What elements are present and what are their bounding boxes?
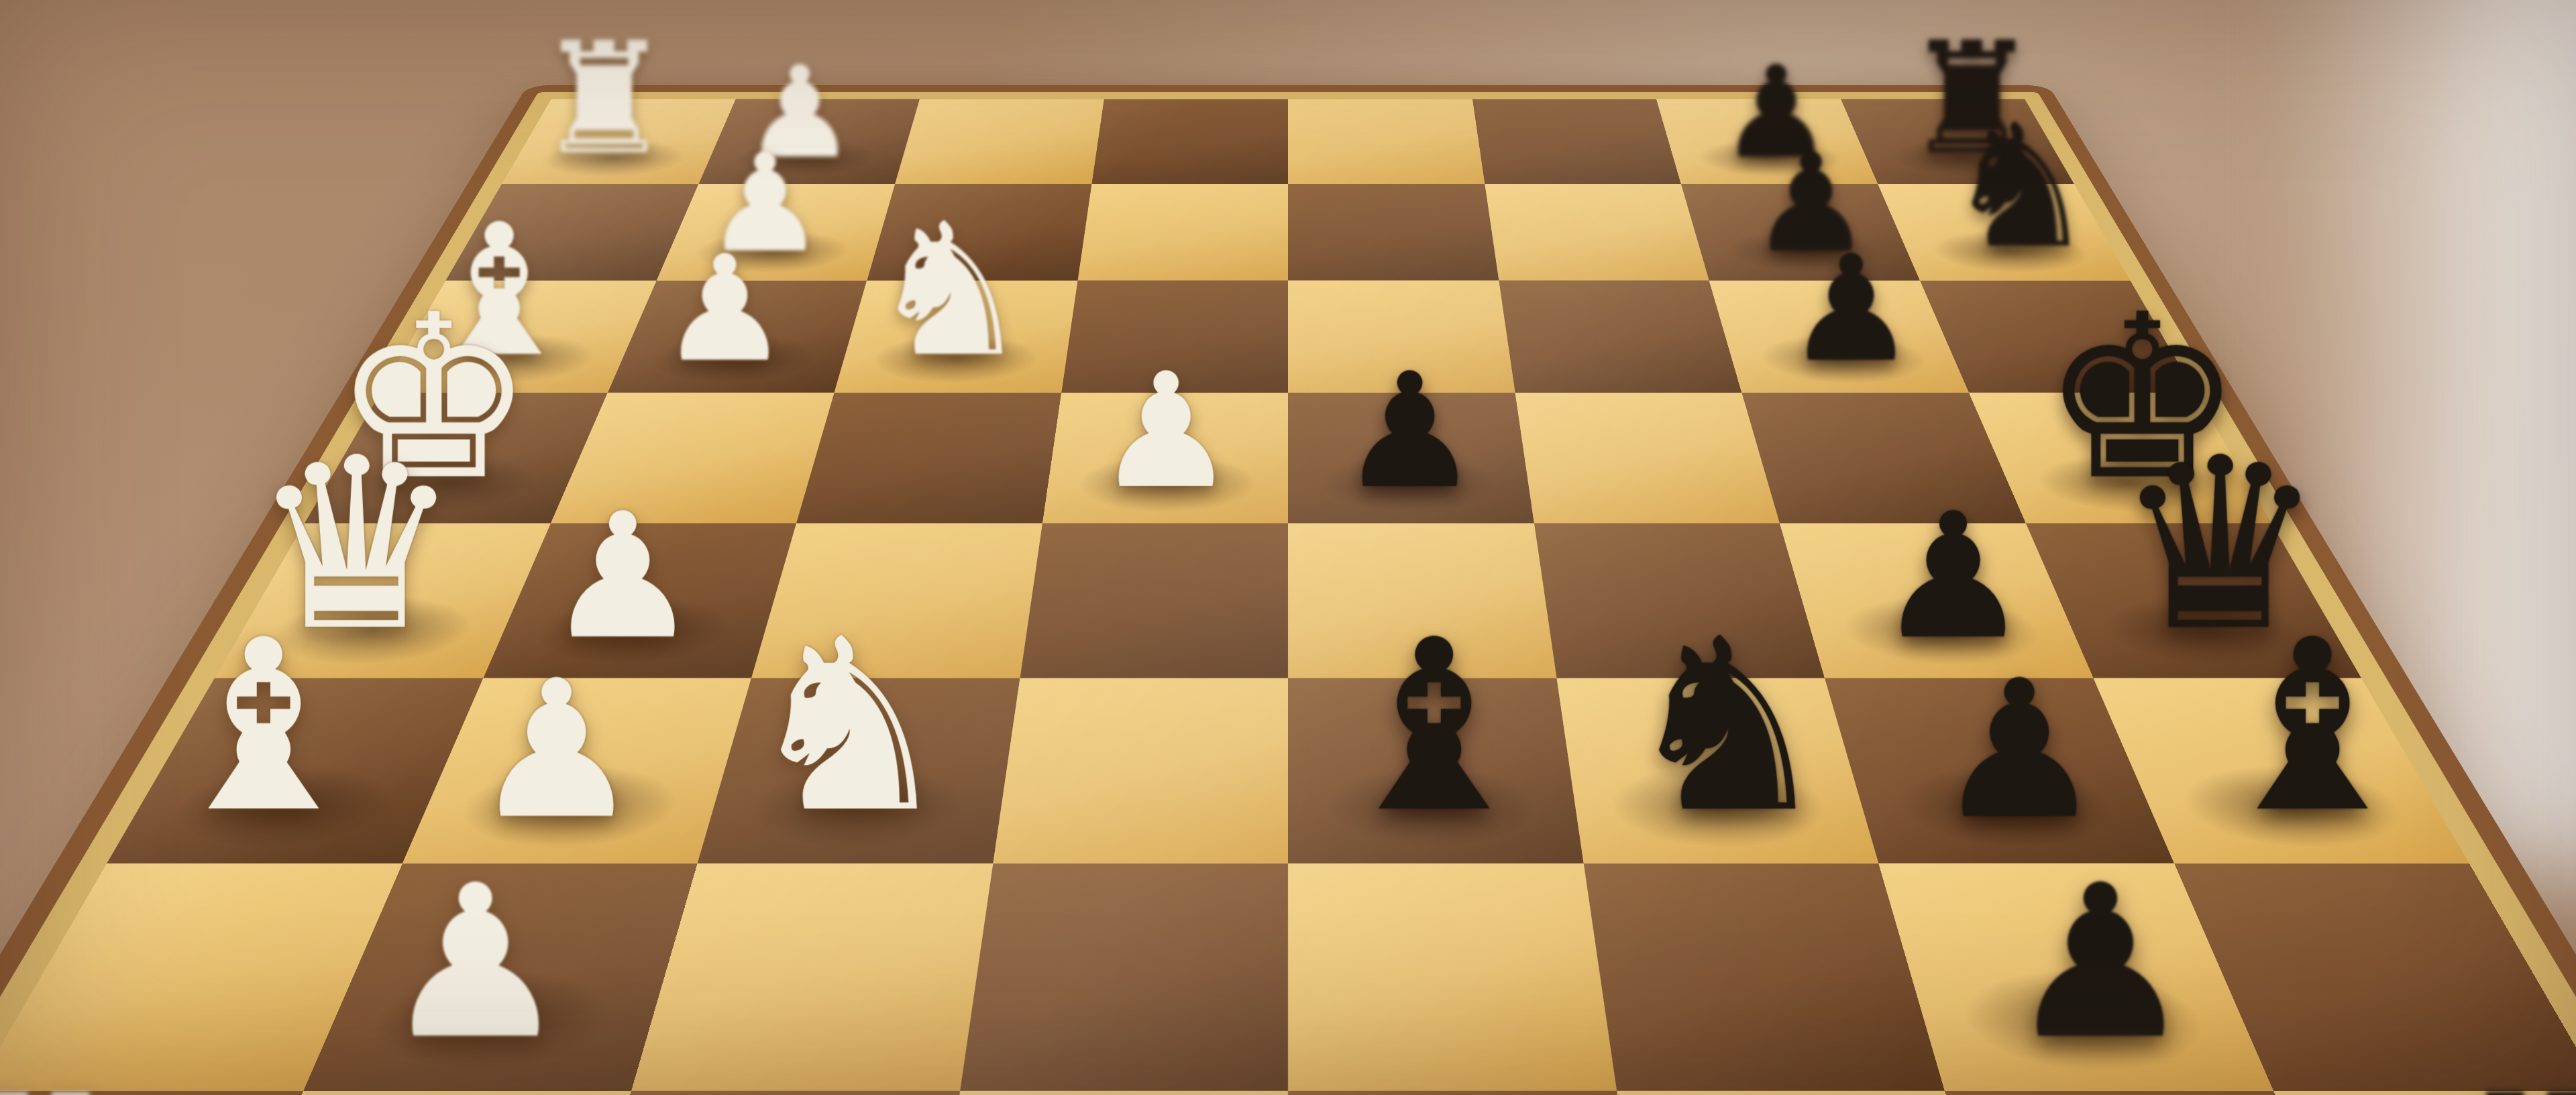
square-a8[interactable]: ♜ [2273, 1090, 2576, 1095]
square-f6[interactable] [1499, 280, 1741, 393]
photo-scene: ♜♟♟♜♟♟♞♝♟♞♟♚♟♟♚♛♟♟♛♝♟♞♝♞♟♝♟♟♜♟♟♜ [0, 0, 2576, 1095]
piece-black-pawn: ♟ [1876, 490, 2031, 663]
piece-black-bishop: ♝ [2206, 609, 2418, 845]
square-e3[interactable] [796, 393, 1061, 523]
square-e4[interactable]: ♟ [1042, 393, 1289, 523]
piece-black-pawn: ♟ [2006, 857, 2195, 1068]
square-e5[interactable]: ♟ [1288, 393, 1534, 523]
piece-white-rook: ♜ [0, 1059, 138, 1095]
board-perspective-wrap: ♜♟♟♜♟♟♞♝♟♞♟♚♟♟♚♛♟♟♛♝♟♞♝♞♟♝♟♟♜♟♟♜ [0, 0, 2576, 1095]
piece-white-pawn: ♟ [381, 857, 570, 1068]
piece-black-knight: ♞ [1944, 101, 2096, 272]
square-c2[interactable]: ♟ [402, 678, 751, 864]
square-b2[interactable]: ♟ [303, 864, 698, 1090]
square-h4[interactable] [1091, 99, 1288, 184]
square-a5[interactable] [1288, 1090, 1658, 1095]
piece-black-pawn: ♟ [1339, 352, 1481, 511]
piece-black-knight: ♞ [1620, 607, 1833, 845]
piece-white-pawn: ♟ [545, 490, 700, 663]
square-h1[interactable]: ♜ [502, 99, 735, 184]
square-b7[interactable]: ♟ [1878, 864, 2273, 1090]
square-f3[interactable]: ♞ [835, 280, 1077, 393]
square-f2[interactable]: ♟ [607, 280, 867, 393]
square-g5[interactable] [1288, 184, 1499, 280]
square-c7[interactable]: ♟ [1825, 678, 2174, 864]
square-h6[interactable] [1472, 99, 1681, 184]
square-g6[interactable] [1485, 184, 1709, 280]
square-c3[interactable]: ♞ [698, 678, 1020, 864]
piece-black-pawn: ♟ [1786, 236, 1917, 382]
square-g4[interactable] [1077, 184, 1288, 280]
piece-white-knight: ♞ [868, 199, 1032, 382]
piece-white-pawn: ♟ [1095, 352, 1237, 511]
piece-white-knight: ♞ [743, 607, 956, 845]
piece-white-bishop: ♝ [158, 609, 370, 845]
square-a1[interactable]: ♜ [0, 1090, 303, 1095]
square-c5[interactable]: ♝ [1288, 678, 1583, 864]
square-c4[interactable] [993, 678, 1288, 864]
chess-board: ♜♟♟♜♟♟♞♝♟♞♟♚♟♟♚♛♟♟♛♝♟♞♝♞♟♝♟♟♜♟♟♜ [0, 99, 2576, 1095]
square-h5[interactable] [1288, 99, 1485, 184]
square-b5[interactable] [1288, 864, 1616, 1090]
square-e6[interactable] [1515, 393, 1780, 523]
board-frame: ♜♟♟♜♟♟♞♝♟♞♟♚♟♟♚♛♟♟♛♝♟♞♝♞♟♝♟♟♜♟♟♜ [0, 92, 2576, 1095]
piece-black-bishop: ♝ [1328, 609, 1540, 845]
piece-white-rook: ♜ [535, 22, 673, 176]
piece-black-pawn: ♟ [1935, 655, 2105, 845]
square-a4[interactable] [918, 1090, 1288, 1095]
piece-black-rook: ♜ [2438, 1059, 2576, 1095]
square-b6[interactable] [1583, 864, 1945, 1090]
piece-white-pawn: ♟ [471, 655, 641, 845]
square-d4[interactable] [1020, 523, 1288, 678]
square-c6[interactable]: ♞ [1556, 678, 1878, 864]
square-b3[interactable] [631, 864, 993, 1090]
square-h3[interactable] [895, 99, 1104, 184]
square-b4[interactable] [960, 864, 1288, 1090]
square-f7[interactable]: ♟ [1709, 280, 1969, 393]
piece-white-pawn: ♟ [659, 236, 791, 382]
